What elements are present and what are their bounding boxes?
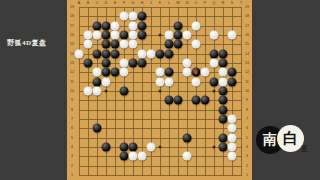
coordinate-label-left: 6 (71, 127, 73, 131)
black-stone (120, 30, 129, 39)
black-stone (138, 21, 147, 30)
white-stone (183, 30, 192, 39)
black-stone (174, 40, 183, 49)
black-stone (138, 30, 147, 39)
logo-small-char: 王 (301, 144, 307, 153)
white-stone (228, 114, 237, 123)
white-stone (183, 68, 192, 77)
white-stone (75, 49, 84, 58)
left-letterbox-panel (0, 0, 67, 180)
white-stone (84, 86, 93, 95)
coordinate-label-left: 7 (71, 117, 73, 121)
black-stone (219, 114, 228, 123)
coordinate-label-left: 4 (71, 145, 73, 149)
coordinate-label-left: 17 (70, 24, 74, 28)
white-stone (219, 77, 228, 86)
star-point (159, 145, 162, 148)
white-stone (228, 30, 237, 39)
coordinate-label-right: 15 (245, 43, 249, 47)
black-stone (102, 68, 111, 77)
black-stone (165, 40, 174, 49)
white-stone (183, 152, 192, 161)
black-stone (165, 96, 174, 105)
white-stone (129, 21, 138, 30)
white-stone (84, 40, 93, 49)
coordinate-label-left: 12 (70, 71, 74, 75)
black-stone (210, 77, 219, 86)
black-stone (102, 142, 111, 151)
white-stone (147, 142, 156, 151)
video-frame: { "game": "go", "overlay_title": "野狐4D复盘… (0, 0, 320, 180)
coordinate-label-left: 11 (70, 80, 74, 84)
white-stone (102, 77, 111, 86)
coordinate-label-right: 3 (246, 155, 248, 159)
coordinate-label-top: F (123, 1, 125, 5)
black-stone (228, 77, 237, 86)
coordinate-label-top: R (222, 1, 225, 5)
white-stone (120, 40, 129, 49)
coordinate-label-top: N (186, 1, 189, 5)
logo-white-disc-char: 白 (283, 129, 298, 148)
coordinate-label-top: K (159, 1, 161, 5)
coordinate-label-right: 14 (245, 52, 249, 56)
white-stone (129, 12, 138, 21)
white-stone (111, 21, 120, 30)
coordinate-label-top: T (240, 1, 242, 5)
coordinate-label-right: 13 (245, 61, 249, 65)
coordinate-label-left: 3 (71, 155, 73, 159)
white-stone (165, 77, 174, 86)
white-stone (93, 86, 102, 95)
black-stone (219, 86, 228, 95)
white-stone (111, 30, 120, 39)
coordinate-label-top: O (195, 1, 198, 5)
grid-line-horizontal (79, 175, 242, 176)
coordinate-label-left: 10 (70, 89, 74, 93)
white-stone (219, 68, 228, 77)
black-stone (219, 58, 228, 67)
black-stone (93, 77, 102, 86)
black-stone (102, 30, 111, 39)
coordinate-label-top: L (168, 1, 170, 5)
black-stone (93, 49, 102, 58)
coordinate-label-top: J (150, 1, 152, 5)
black-stone (120, 152, 129, 161)
coordinate-label-left: 16 (70, 33, 74, 37)
white-stone (156, 77, 165, 86)
white-stone (228, 133, 237, 142)
grid-line-horizontal (79, 128, 242, 129)
grid-line-horizontal (79, 156, 242, 157)
white-stone (192, 40, 201, 49)
logo-black-disc-char: 南 (263, 131, 277, 149)
white-stone (147, 49, 156, 58)
coordinate-label-right: 17 (245, 24, 249, 28)
coordinate-label-left: 8 (71, 108, 73, 112)
coordinate-label-top: S (231, 1, 233, 5)
coordinate-label-right: 2 (246, 164, 248, 168)
coordinate-label-left: 14 (70, 52, 74, 56)
black-stone (201, 96, 210, 105)
black-stone (93, 21, 102, 30)
coordinate-label-top: E (114, 1, 116, 5)
coordinate-label-right: 4 (246, 145, 248, 149)
coordinate-label-right: 5 (246, 136, 248, 140)
white-stone (228, 142, 237, 151)
black-stone (183, 133, 192, 142)
grid-line-horizontal (79, 16, 242, 17)
black-stone (165, 68, 174, 77)
go-board[interactable]: ABCDEFGHJKLMNOPQRST191817161514131211109… (67, 0, 252, 180)
black-stone (102, 21, 111, 30)
black-stone (111, 68, 120, 77)
channel-logo: 南 白 王 (256, 124, 316, 160)
coordinate-label-right: 1 (246, 173, 248, 177)
white-stone (129, 30, 138, 39)
white-stone (93, 68, 102, 77)
black-stone (156, 49, 165, 58)
coordinate-label-top: Q (213, 1, 216, 5)
white-stone (201, 68, 210, 77)
coordinate-label-top: A (78, 1, 80, 5)
coordinate-label-top: C (96, 1, 99, 5)
black-stone (219, 49, 228, 58)
black-stone (192, 96, 201, 105)
white-stone (120, 12, 129, 21)
white-stone (192, 77, 201, 86)
coordinate-label-left: 15 (70, 43, 74, 47)
coordinate-label-right: 6 (246, 127, 248, 131)
white-stone (129, 40, 138, 49)
black-stone (111, 40, 120, 49)
coordinate-label-left: 9 (71, 99, 73, 103)
black-stone (129, 142, 138, 151)
black-stone (174, 30, 183, 39)
black-stone (219, 133, 228, 142)
star-point (159, 33, 162, 36)
black-stone (174, 96, 183, 105)
black-stone (138, 12, 147, 21)
black-stone (93, 124, 102, 133)
coordinate-label-top: B (87, 1, 89, 5)
coordinate-label-right: 16 (245, 33, 249, 37)
white-stone (84, 30, 93, 39)
coordinate-label-top: M (176, 1, 179, 5)
coordinate-label-top: P (204, 1, 206, 5)
black-stone (129, 58, 138, 67)
coordinate-label-top: G (132, 1, 135, 5)
black-stone (174, 21, 183, 30)
grid-line-horizontal (79, 7, 242, 8)
white-stone (138, 152, 147, 161)
coordinate-label-left: 18 (70, 15, 74, 19)
coordinate-label-right: 11 (245, 80, 249, 84)
black-stone (228, 68, 237, 77)
white-stone (210, 58, 219, 67)
black-stone (84, 58, 93, 67)
white-stone (165, 30, 174, 39)
star-point (213, 145, 216, 148)
white-stone (228, 124, 237, 133)
coordinate-label-left: 13 (70, 61, 74, 65)
star-point (159, 89, 162, 92)
coordinate-label-right: 12 (245, 71, 249, 75)
black-stone (102, 58, 111, 67)
white-stone (192, 21, 201, 30)
overlay-title: 野狐4D复盘 (7, 39, 58, 47)
black-stone (138, 58, 147, 67)
coordinate-label-right: 18 (245, 15, 249, 19)
coordinate-label-right: 19 (245, 5, 249, 9)
white-stone (228, 152, 237, 161)
grid-line-horizontal (79, 166, 242, 167)
coordinate-label-top: H (141, 1, 144, 5)
coordinate-label-left: 1 (71, 173, 73, 177)
coordinate-label-left: 2 (71, 164, 73, 168)
star-point (105, 89, 108, 92)
white-stone (129, 152, 138, 161)
white-stone (210, 30, 219, 39)
coordinate-label-right: 7 (246, 117, 248, 121)
white-stone (120, 58, 129, 67)
coordinate-label-top: D (105, 1, 108, 5)
coordinate-label-right: 10 (245, 89, 249, 93)
white-stone (93, 30, 102, 39)
coordinate-label-right: 9 (246, 99, 248, 103)
coordinate-label-left: 5 (71, 136, 73, 140)
white-stone (138, 49, 147, 58)
black-stone (210, 49, 219, 58)
star-point (213, 89, 216, 92)
black-stone (111, 49, 120, 58)
white-stone (156, 68, 165, 77)
black-stone (165, 49, 174, 58)
black-stone (120, 142, 129, 151)
black-stone (102, 40, 111, 49)
black-stone (219, 105, 228, 114)
coordinate-label-left: 19 (70, 5, 74, 9)
black-stone (120, 86, 129, 95)
black-stone (219, 142, 228, 151)
white-stone (183, 58, 192, 67)
white-stone (120, 68, 129, 77)
black-stone (219, 96, 228, 105)
black-stone (102, 49, 111, 58)
coordinate-label-right: 8 (246, 108, 248, 112)
